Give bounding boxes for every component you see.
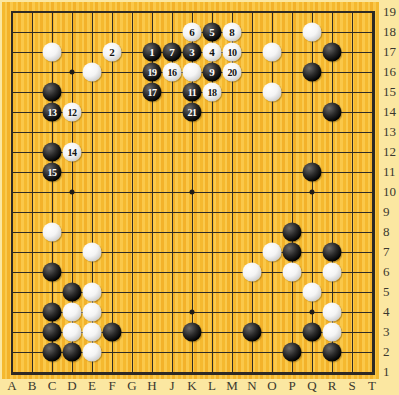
white-stone[interactable]: 12 [63,103,82,122]
white-stone[interactable] [83,63,102,82]
star-point [310,190,315,195]
black-stone[interactable] [323,43,342,62]
move-number-label: 18 [208,87,217,97]
move-number-label: 6 [189,27,195,38]
grid-line-horizontal [12,212,374,213]
star-point [70,190,75,195]
grid-line-vertical [32,12,33,374]
row-label: 1 [383,364,390,380]
grid-line-vertical [292,12,293,374]
column-label: E [88,378,96,394]
black-stone[interactable] [283,343,302,362]
black-stone[interactable] [303,63,322,82]
go-board[interactable]: 123456789101112131415161718192021 [2,2,379,379]
grid-line-horizontal [12,272,374,273]
move-number-label: 21 [188,107,197,117]
grid-line-vertical [12,12,13,374]
white-stone[interactable]: 16 [163,63,182,82]
grid-line-vertical [132,12,133,374]
column-label: S [348,378,355,394]
star-point [70,70,75,75]
row-label: 15 [383,84,396,100]
white-stone[interactable] [83,343,102,362]
white-stone[interactable] [263,83,282,102]
black-stone[interactable] [43,83,62,102]
row-label: 10 [383,184,396,200]
black-stone[interactable] [303,163,322,182]
white-stone[interactable] [63,323,82,342]
white-stone[interactable]: 10 [223,43,242,62]
move-number-label: 3 [189,47,195,58]
white-stone[interactable] [43,43,62,62]
go-diagram-page: 123456789101112131415161718192021 ABCDEF… [0,0,399,395]
row-label: 11 [383,164,396,180]
column-label: L [208,378,216,394]
grid-line-horizontal [12,252,374,253]
white-stone[interactable] [243,263,262,282]
grid-line-vertical [352,12,353,374]
row-label: 18 [383,24,396,40]
white-stone[interactable] [323,263,342,282]
grid-line-vertical [272,12,273,374]
move-number-label: 5 [209,27,215,38]
black-stone[interactable] [63,283,82,302]
grid-line-horizontal [12,372,374,373]
star-point [310,310,315,315]
black-stone[interactable]: 9 [203,63,222,82]
row-label: 17 [383,44,396,60]
black-stone[interactable] [43,143,62,162]
row-label: 5 [383,284,390,300]
black-stone[interactable] [323,103,342,122]
move-number-label: 19 [148,67,157,77]
move-number-label: 9 [209,67,215,78]
black-stone[interactable] [303,323,322,342]
white-stone[interactable]: 4 [203,43,222,62]
row-label: 7 [383,244,390,260]
black-stone[interactable] [283,223,302,242]
row-label: 4 [383,304,390,320]
grid-line-vertical [112,12,113,374]
white-stone[interactable] [83,243,102,262]
column-label: A [7,378,16,394]
white-stone[interactable]: 20 [223,63,242,82]
white-stone[interactable] [263,243,282,262]
move-number-label: 14 [68,147,77,157]
white-stone[interactable]: 6 [183,23,202,42]
row-label: 14 [383,104,396,120]
white-stone[interactable] [83,323,102,342]
move-number-label: 20 [228,67,237,77]
black-stone[interactable]: 19 [143,63,162,82]
white-stone[interactable] [183,63,202,82]
column-label: J [169,378,174,394]
column-label: H [147,378,156,394]
black-stone[interactable]: 17 [143,83,162,102]
move-number-label: 10 [228,47,237,57]
white-stone[interactable] [83,283,102,302]
column-label: D [67,378,76,394]
black-stone[interactable] [63,343,82,362]
grid-line-horizontal [12,132,374,133]
column-label: T [368,378,376,394]
column-label: P [288,378,295,394]
white-stone[interactable]: 8 [223,23,242,42]
white-stone[interactable]: 18 [203,83,222,102]
star-point [190,310,195,315]
move-number-label: 2 [109,47,115,58]
black-stone[interactable] [323,243,342,262]
black-stone[interactable] [183,323,202,342]
move-number-label: 15 [48,167,57,177]
black-stone[interactable] [43,343,62,362]
black-stone[interactable] [243,323,262,342]
white-stone[interactable]: 2 [103,43,122,62]
move-number-label: 16 [168,67,177,77]
row-label: 9 [383,204,390,220]
row-label: 2 [383,344,390,360]
column-label: G [127,378,136,394]
column-label: C [48,378,57,394]
move-number-label: 7 [169,47,175,58]
white-stone[interactable] [83,303,102,322]
grid-line-horizontal [12,232,374,233]
row-label: 13 [383,124,396,140]
move-number-label: 4 [209,47,215,58]
row-label: 19 [383,4,396,20]
black-stone[interactable]: 3 [183,43,202,62]
grid-line-vertical [252,12,253,374]
white-stone[interactable] [43,223,62,242]
black-stone[interactable]: 15 [43,163,62,182]
white-stone[interactable] [303,23,322,42]
black-stone[interactable] [43,263,62,282]
move-number-label: 8 [229,27,235,38]
black-stone[interactable]: 5 [203,23,222,42]
black-stone[interactable] [43,323,62,342]
move-number-label: 12 [68,107,77,117]
white-stone[interactable] [323,323,342,342]
move-number-label: 1 [149,47,155,58]
row-label: 8 [383,224,390,240]
black-stone[interactable]: 1 [143,43,162,62]
black-stone[interactable] [283,243,302,262]
black-stone[interactable] [43,303,62,322]
move-number-label: 13 [48,107,57,117]
black-stone[interactable]: 7 [163,43,182,62]
star-point [190,190,195,195]
black-stone[interactable]: 13 [43,103,62,122]
black-stone[interactable] [103,323,122,342]
column-label: Q [307,378,316,394]
white-stone[interactable] [323,303,342,322]
move-number-label: 11 [188,87,196,97]
black-stone[interactable]: 11 [183,83,202,102]
column-label: F [108,378,115,394]
row-label: 3 [383,324,390,340]
column-label: K [187,378,196,394]
white-stone[interactable] [303,283,322,302]
white-stone[interactable]: 14 [63,143,82,162]
column-label: N [247,378,256,394]
black-stone[interactable]: 21 [183,103,202,122]
white-stone[interactable] [283,263,302,282]
column-label: B [28,378,37,394]
grid-line-horizontal [12,12,374,13]
white-stone[interactable] [263,43,282,62]
column-label: M [226,378,238,394]
black-stone[interactable] [323,343,342,362]
row-label: 16 [383,64,396,80]
row-label: 6 [383,264,390,280]
column-label: O [267,378,276,394]
move-number-label: 17 [148,87,157,97]
white-stone[interactable] [63,303,82,322]
row-label: 12 [383,144,396,160]
column-label: R [328,378,337,394]
grid-line-vertical [372,12,373,374]
